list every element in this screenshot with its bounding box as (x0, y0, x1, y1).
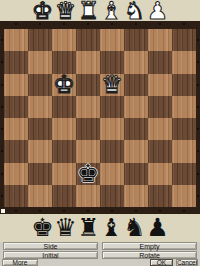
frame-dot (111, 210, 113, 212)
frame-dot (159, 23, 161, 25)
square-h2[interactable] (172, 163, 196, 185)
frame-dot (159, 210, 161, 212)
square-h3[interactable] (172, 140, 196, 162)
frame-dot (135, 23, 137, 25)
frame-dot (197, 106, 199, 108)
square-e6[interactable]: ♛ (100, 74, 124, 96)
square-g3[interactable] (148, 140, 172, 162)
palette-white-pawn[interactable]: ♟ (146, 0, 169, 21)
square-b3[interactable] (28, 140, 52, 162)
square-e5[interactable] (100, 96, 124, 118)
frame-dot (63, 23, 65, 25)
square-b4[interactable] (28, 118, 52, 140)
initial-button[interactable]: Initial (3, 251, 98, 259)
frame-dot (1, 173, 3, 175)
board-grid: ♚♛♚ (4, 29, 196, 207)
square-f1[interactable] (124, 185, 148, 207)
square-d7[interactable] (76, 51, 100, 73)
palette-black-queen[interactable]: ♛ (54, 214, 77, 242)
black-piece-palette: ♚♛♜♝♞♟ (0, 214, 200, 242)
square-d2[interactable]: ♚ (76, 163, 100, 185)
frame-dot (15, 23, 17, 25)
frame-dot (197, 39, 199, 41)
square-d5[interactable] (76, 96, 100, 118)
square-e4[interactable] (100, 118, 124, 140)
frame-dot (111, 23, 113, 25)
frame-dot (135, 210, 137, 212)
square-b7[interactable] (28, 51, 52, 73)
square-h5[interactable] (172, 96, 196, 118)
square-h7[interactable] (172, 51, 196, 73)
frame-dot (197, 84, 199, 86)
square-a5[interactable] (4, 96, 28, 118)
square-d6[interactable] (76, 74, 100, 96)
square-b6[interactable] (28, 74, 52, 96)
frame-dot (197, 128, 199, 130)
square-f4[interactable] (124, 118, 148, 140)
palette-white-king[interactable]: ♚ (31, 0, 54, 21)
square-a6[interactable] (4, 74, 28, 96)
square-b8[interactable] (28, 29, 52, 51)
square-h1[interactable] (172, 185, 196, 207)
palette-black-king[interactable]: ♚ (31, 214, 54, 242)
frame-dot (87, 210, 89, 212)
frame-dot (1, 39, 3, 41)
frame-dot (197, 195, 199, 197)
palette-black-bishop[interactable]: ♝ (100, 214, 123, 242)
square-c1[interactable] (52, 185, 76, 207)
frame-dot (183, 23, 185, 25)
white-king: ♚ (53, 73, 75, 95)
square-b5[interactable] (28, 96, 52, 118)
square-a2[interactable] (4, 163, 28, 185)
square-g5[interactable] (148, 96, 172, 118)
square-f2[interactable] (124, 163, 148, 185)
square-d8[interactable] (76, 29, 100, 51)
frame-dot (1, 106, 3, 108)
frame-dot (15, 210, 17, 212)
white-queen: ♛ (101, 73, 123, 95)
square-g7[interactable] (148, 51, 172, 73)
cancel-button[interactable]: Cancel (176, 259, 198, 266)
palette-white-bishop[interactable]: ♝ (100, 0, 123, 21)
square-b1[interactable] (28, 185, 52, 207)
frame-dot (1, 195, 3, 197)
controls-panel: Side Empty Initial Rotate More OK Cancel (0, 242, 200, 266)
square-c4[interactable] (52, 118, 76, 140)
square-d1[interactable] (76, 185, 100, 207)
square-f6[interactable] (124, 74, 148, 96)
square-c6[interactable]: ♚ (52, 74, 76, 96)
square-h8[interactable] (172, 29, 196, 51)
square-g1[interactable] (148, 185, 172, 207)
square-g6[interactable] (148, 74, 172, 96)
rotate-button[interactable]: Rotate (102, 251, 197, 259)
square-f7[interactable] (124, 51, 148, 73)
black-king: ♚ (77, 162, 99, 184)
palette-black-pawn[interactable]: ♟ (146, 214, 169, 242)
frame-dot (1, 128, 3, 130)
square-c2[interactable] (52, 163, 76, 185)
frame-dot (183, 210, 185, 212)
square-h6[interactable] (172, 74, 196, 96)
square-a3[interactable] (4, 140, 28, 162)
square-f3[interactable] (124, 140, 148, 162)
square-c3[interactable] (52, 140, 76, 162)
board-editor-dialog: ♚♛♜♝♞♟ ♚♛♚ ♚♛♜♝♞♟ Side Empty Initial Rot… (0, 0, 200, 266)
square-h4[interactable] (172, 118, 196, 140)
square-f8[interactable] (124, 29, 148, 51)
more-button[interactable]: More (2, 259, 38, 266)
frame-dot (197, 61, 199, 63)
square-d4[interactable] (76, 118, 100, 140)
frame-dot (197, 150, 199, 152)
palette-black-rook[interactable]: ♜ (77, 214, 100, 242)
square-g4[interactable] (148, 118, 172, 140)
square-g2[interactable] (148, 163, 172, 185)
frame-dot (87, 23, 89, 25)
square-f5[interactable] (124, 96, 148, 118)
square-g8[interactable] (148, 29, 172, 51)
square-a1[interactable] (4, 185, 28, 207)
square-e8[interactable] (100, 29, 124, 51)
white-piece-palette: ♚♛♜♝♞♟ (0, 0, 200, 21)
square-e2[interactable] (100, 163, 124, 185)
frame-dot (197, 173, 199, 175)
side-button[interactable]: Side (3, 242, 98, 250)
square-c8[interactable] (52, 29, 76, 51)
palette-black-knight[interactable]: ♞ (123, 214, 146, 242)
palette-white-queen[interactable]: ♛ (54, 0, 77, 21)
square-c5[interactable] (52, 96, 76, 118)
frame-dot (1, 84, 3, 86)
empty-button[interactable]: Empty (102, 242, 197, 250)
palette-white-knight[interactable]: ♞ (123, 0, 146, 21)
ok-button[interactable]: OK (150, 259, 173, 266)
frame-dot (63, 210, 65, 212)
square-e1[interactable] (100, 185, 124, 207)
square-a7[interactable] (4, 51, 28, 73)
frame-dot (39, 210, 41, 212)
chess-board: ♚♛♚ (0, 21, 200, 214)
square-a4[interactable] (4, 118, 28, 140)
palette-white-rook[interactable]: ♜ (77, 0, 100, 21)
square-e3[interactable] (100, 140, 124, 162)
square-b2[interactable] (28, 163, 52, 185)
side-to-move-indicator-white (1, 209, 5, 213)
frame-dot (39, 23, 41, 25)
square-a8[interactable] (4, 29, 28, 51)
frame-dot (1, 150, 3, 152)
frame-dot (1, 61, 3, 63)
